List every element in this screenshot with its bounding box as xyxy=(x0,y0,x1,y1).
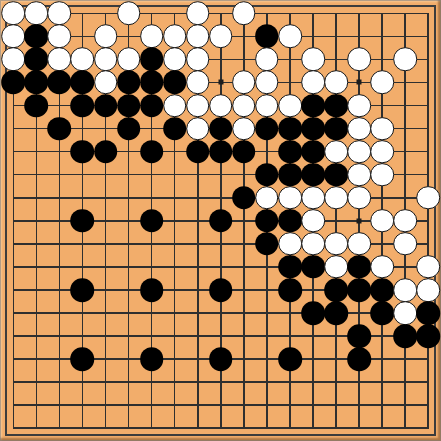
black-stone[interactable] xyxy=(301,117,325,141)
black-stone[interactable] xyxy=(209,278,233,302)
white-stone[interactable] xyxy=(301,209,325,233)
white-stone[interactable] xyxy=(186,94,210,118)
black-stone[interactable] xyxy=(25,71,49,95)
white-stone[interactable] xyxy=(255,186,279,210)
white-stone[interactable] xyxy=(163,25,187,49)
white-stone[interactable] xyxy=(393,209,417,233)
black-stone[interactable] xyxy=(347,347,371,371)
white-stone[interactable] xyxy=(209,25,233,49)
black-stone[interactable] xyxy=(94,140,118,164)
white-stone[interactable] xyxy=(301,232,325,256)
white-stone[interactable] xyxy=(71,48,95,72)
white-stone[interactable] xyxy=(278,25,302,49)
white-stone[interactable] xyxy=(255,71,279,95)
black-stone[interactable] xyxy=(278,278,302,302)
black-stone[interactable] xyxy=(163,71,187,95)
white-stone[interactable] xyxy=(48,48,72,72)
white-stone[interactable] xyxy=(347,48,371,72)
black-stone[interactable] xyxy=(163,117,187,141)
white-stone[interactable] xyxy=(232,71,256,95)
white-stone[interactable] xyxy=(94,71,118,95)
black-stone[interactable] xyxy=(278,140,302,164)
black-stone[interactable] xyxy=(140,94,164,118)
black-stone[interactable] xyxy=(301,94,325,118)
white-stone[interactable] xyxy=(347,232,371,256)
white-stone[interactable] xyxy=(324,140,348,164)
white-stone[interactable] xyxy=(324,71,348,95)
white-stone[interactable] xyxy=(347,140,371,164)
black-stone[interactable] xyxy=(370,278,394,302)
black-stone[interactable] xyxy=(209,140,233,164)
black-stone[interactable] xyxy=(278,117,302,141)
white-stone[interactable] xyxy=(370,117,394,141)
white-stone[interactable] xyxy=(2,25,26,49)
grid-line-horizontal xyxy=(13,427,430,429)
white-stone[interactable] xyxy=(232,117,256,141)
white-stone[interactable] xyxy=(25,2,49,26)
black-stone[interactable] xyxy=(324,94,348,118)
white-stone[interactable] xyxy=(186,71,210,95)
white-stone[interactable] xyxy=(163,94,187,118)
white-stone[interactable] xyxy=(347,163,371,187)
black-stone[interactable] xyxy=(301,301,325,325)
black-stone[interactable] xyxy=(255,209,279,233)
white-stone[interactable] xyxy=(278,186,302,210)
white-stone[interactable] xyxy=(232,94,256,118)
white-stone[interactable] xyxy=(48,2,72,26)
black-stone[interactable] xyxy=(71,94,95,118)
black-stone[interactable] xyxy=(71,347,95,371)
white-stone[interactable] xyxy=(347,186,371,210)
black-stone[interactable] xyxy=(140,347,164,371)
white-stone[interactable] xyxy=(393,278,417,302)
white-stone[interactable] xyxy=(301,71,325,95)
black-stone[interactable] xyxy=(2,71,26,95)
star-point xyxy=(357,218,362,223)
white-stone[interactable] xyxy=(94,48,118,72)
star-point xyxy=(218,80,223,85)
white-stone[interactable] xyxy=(347,94,371,118)
black-stone[interactable] xyxy=(278,347,302,371)
white-stone[interactable] xyxy=(301,48,325,72)
black-stone[interactable] xyxy=(301,255,325,279)
white-stone[interactable] xyxy=(186,117,210,141)
white-stone[interactable] xyxy=(140,25,164,49)
grid-line-horizontal xyxy=(13,312,430,314)
black-stone[interactable] xyxy=(324,301,348,325)
black-stone[interactable] xyxy=(140,140,164,164)
white-stone[interactable] xyxy=(416,186,440,210)
black-stone[interactable] xyxy=(117,94,141,118)
white-stone[interactable] xyxy=(278,94,302,118)
white-stone[interactable] xyxy=(186,48,210,72)
black-stone[interactable] xyxy=(71,209,95,233)
white-stone[interactable] xyxy=(324,255,348,279)
black-stone[interactable] xyxy=(94,94,118,118)
black-stone[interactable] xyxy=(255,232,279,256)
star-point xyxy=(357,80,362,85)
white-stone[interactable] xyxy=(2,48,26,72)
white-stone[interactable] xyxy=(94,25,118,49)
black-stone[interactable] xyxy=(255,25,279,49)
white-stone[interactable] xyxy=(163,48,187,72)
black-stone[interactable] xyxy=(324,117,348,141)
white-stone[interactable] xyxy=(416,255,440,279)
grid-line-horizontal xyxy=(13,381,430,383)
black-stone[interactable] xyxy=(140,71,164,95)
black-stone[interactable] xyxy=(370,301,394,325)
black-stone[interactable] xyxy=(140,209,164,233)
black-stone[interactable] xyxy=(25,48,49,72)
white-stone[interactable] xyxy=(209,94,233,118)
black-stone[interactable] xyxy=(209,347,233,371)
black-stone[interactable] xyxy=(25,25,49,49)
white-stone[interactable] xyxy=(301,186,325,210)
white-stone[interactable] xyxy=(370,209,394,233)
white-stone[interactable] xyxy=(324,232,348,256)
white-stone[interactable] xyxy=(48,25,72,49)
black-stone[interactable] xyxy=(232,186,256,210)
white-stone[interactable] xyxy=(370,71,394,95)
black-stone[interactable] xyxy=(186,140,210,164)
white-stone[interactable] xyxy=(255,94,279,118)
white-stone[interactable] xyxy=(186,2,210,26)
black-stone[interactable] xyxy=(232,140,256,164)
white-stone[interactable] xyxy=(117,48,141,72)
white-stone[interactable] xyxy=(370,163,394,187)
black-stone[interactable] xyxy=(48,71,72,95)
black-stone[interactable] xyxy=(48,117,72,141)
black-stone[interactable] xyxy=(117,117,141,141)
black-stone[interactable] xyxy=(255,163,279,187)
black-stone[interactable] xyxy=(278,163,302,187)
black-stone[interactable] xyxy=(71,71,95,95)
black-stone[interactable] xyxy=(301,163,325,187)
white-stone[interactable] xyxy=(347,117,371,141)
black-stone[interactable] xyxy=(71,278,95,302)
grid-line-horizontal xyxy=(13,404,430,406)
white-stone[interactable] xyxy=(232,2,256,26)
grid-line-vertical xyxy=(427,13,429,430)
black-stone[interactable] xyxy=(117,71,141,95)
black-stone[interactable] xyxy=(25,94,49,118)
black-stone[interactable] xyxy=(140,278,164,302)
black-stone[interactable] xyxy=(140,48,164,72)
white-stone[interactable] xyxy=(393,232,417,256)
black-stone[interactable] xyxy=(301,140,325,164)
black-stone[interactable] xyxy=(324,278,348,302)
white-stone[interactable] xyxy=(324,186,348,210)
black-stone[interactable] xyxy=(255,117,279,141)
black-stone[interactable] xyxy=(278,209,302,233)
black-stone[interactable] xyxy=(71,140,95,164)
white-stone[interactable] xyxy=(2,2,26,26)
white-stone[interactable] xyxy=(278,232,302,256)
black-stone[interactable] xyxy=(209,209,233,233)
black-stone[interactable] xyxy=(347,255,371,279)
black-stone[interactable] xyxy=(416,301,440,325)
go-board[interactable] xyxy=(0,0,441,441)
white-stone[interactable] xyxy=(416,278,440,302)
black-stone[interactable] xyxy=(278,255,302,279)
white-stone[interactable] xyxy=(255,48,279,72)
white-stone[interactable] xyxy=(393,48,417,72)
white-stone[interactable] xyxy=(370,140,394,164)
black-stone[interactable] xyxy=(209,117,233,141)
white-stone[interactable] xyxy=(370,255,394,279)
black-stone[interactable] xyxy=(393,324,417,348)
black-stone[interactable] xyxy=(416,324,440,348)
black-stone[interactable] xyxy=(324,163,348,187)
white-stone[interactable] xyxy=(393,301,417,325)
black-stone[interactable] xyxy=(347,278,371,302)
white-stone[interactable] xyxy=(117,2,141,26)
black-stone[interactable] xyxy=(347,324,371,348)
white-stone[interactable] xyxy=(186,25,210,49)
